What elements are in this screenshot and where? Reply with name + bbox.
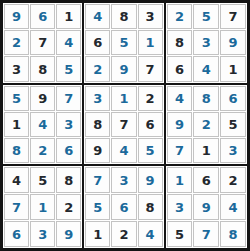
- sudoku-box-2-1: 597143826: [3, 85, 84, 167]
- sudoku-box-3-2: 739568124: [84, 166, 165, 248]
- sudoku-box-1-1: 961274385: [3, 3, 84, 85]
- sudoku-box-3-3: 162394578: [166, 166, 247, 248]
- cell-r8c5[interactable]: 6: [111, 194, 136, 220]
- cell-r2c7[interactable]: 8: [167, 30, 193, 55]
- sudoku-box-1-2: 483651297: [84, 3, 165, 85]
- cell-r3c5[interactable]: 9: [111, 56, 136, 81]
- cell-r8c9[interactable]: 4: [220, 194, 246, 220]
- cell-r8c1[interactable]: 7: [4, 194, 29, 220]
- cell-r4c5[interactable]: 1: [111, 86, 136, 111]
- cell-r4c7[interactable]: 4: [167, 86, 193, 111]
- cell-r6c8[interactable]: 1: [193, 138, 219, 163]
- cell-r9c1[interactable]: 6: [4, 221, 29, 247]
- cell-r3c2[interactable]: 8: [30, 56, 55, 81]
- cell-r9c7[interactable]: 5: [167, 221, 193, 247]
- cell-r4c1[interactable]: 5: [4, 86, 29, 111]
- cell-r8c8[interactable]: 9: [193, 194, 219, 220]
- cell-r1c7[interactable]: 2: [167, 4, 193, 29]
- sudoku-box-1-3: 257839641: [166, 3, 247, 85]
- cell-r9c3[interactable]: 9: [56, 221, 81, 247]
- cell-r8c3[interactable]: 2: [56, 194, 81, 220]
- cell-r1c9[interactable]: 7: [220, 4, 246, 29]
- cell-r4c4[interactable]: 3: [85, 86, 110, 111]
- cell-r5c8[interactable]: 2: [193, 112, 219, 137]
- cell-r3c9[interactable]: 1: [220, 56, 246, 81]
- cell-r2c9[interactable]: 9: [220, 30, 246, 55]
- cell-r7c7[interactable]: 1: [167, 167, 193, 193]
- cell-r9c6[interactable]: 4: [138, 221, 163, 247]
- cell-r7c9[interactable]: 2: [220, 167, 246, 193]
- cell-r6c2[interactable]: 2: [30, 138, 55, 163]
- cell-r2c2[interactable]: 7: [30, 30, 55, 55]
- cell-r9c2[interactable]: 3: [30, 221, 55, 247]
- cell-r6c5[interactable]: 4: [111, 138, 136, 163]
- cell-r4c8[interactable]: 8: [193, 86, 219, 111]
- cell-r5c6[interactable]: 6: [138, 112, 163, 137]
- cell-r5c7[interactable]: 9: [167, 112, 193, 137]
- cell-r5c9[interactable]: 5: [220, 112, 246, 137]
- cell-r2c3[interactable]: 4: [56, 30, 81, 55]
- cell-r3c4[interactable]: 2: [85, 56, 110, 81]
- cell-r1c8[interactable]: 5: [193, 4, 219, 29]
- cell-r1c5[interactable]: 8: [111, 4, 136, 29]
- sudoku-box-2-2: 312876945: [84, 85, 165, 167]
- cell-r5c5[interactable]: 7: [111, 112, 136, 137]
- cell-r1c3[interactable]: 1: [56, 4, 81, 29]
- cell-r6c1[interactable]: 8: [4, 138, 29, 163]
- cell-r7c4[interactable]: 7: [85, 167, 110, 193]
- cell-r3c7[interactable]: 6: [167, 56, 193, 81]
- cell-r6c7[interactable]: 7: [167, 138, 193, 163]
- sudoku-box-3-1: 458712639: [3, 166, 84, 248]
- cell-r7c2[interactable]: 5: [30, 167, 55, 193]
- cell-r5c2[interactable]: 4: [30, 112, 55, 137]
- cell-r3c1[interactable]: 3: [4, 56, 29, 81]
- cell-r2c4[interactable]: 6: [85, 30, 110, 55]
- cell-r7c6[interactable]: 9: [138, 167, 163, 193]
- cell-r4c3[interactable]: 7: [56, 86, 81, 111]
- cell-r1c6[interactable]: 3: [138, 4, 163, 29]
- cell-r6c9[interactable]: 3: [220, 138, 246, 163]
- cell-r5c4[interactable]: 8: [85, 112, 110, 137]
- cell-r8c2[interactable]: 1: [30, 194, 55, 220]
- cell-r3c8[interactable]: 4: [193, 56, 219, 81]
- cell-r7c5[interactable]: 3: [111, 167, 136, 193]
- sudoku-board: 9612743854836512972578396415971438263128…: [0, 0, 250, 251]
- cell-r9c4[interactable]: 1: [85, 221, 110, 247]
- cell-r4c6[interactable]: 2: [138, 86, 163, 111]
- cell-r6c6[interactable]: 5: [138, 138, 163, 163]
- cell-r9c8[interactable]: 7: [193, 221, 219, 247]
- cell-r8c4[interactable]: 5: [85, 194, 110, 220]
- cell-r7c8[interactable]: 6: [193, 167, 219, 193]
- cell-r2c1[interactable]: 2: [4, 30, 29, 55]
- cell-r9c5[interactable]: 2: [111, 221, 136, 247]
- cell-r2c6[interactable]: 1: [138, 30, 163, 55]
- cell-r2c8[interactable]: 3: [193, 30, 219, 55]
- sudoku-box-2-3: 486925713: [166, 85, 247, 167]
- cell-r2c5[interactable]: 5: [111, 30, 136, 55]
- cell-r3c3[interactable]: 5: [56, 56, 81, 81]
- cell-r4c2[interactable]: 9: [30, 86, 55, 111]
- cell-r1c2[interactable]: 6: [30, 4, 55, 29]
- cell-r8c7[interactable]: 3: [167, 194, 193, 220]
- cell-r5c1[interactable]: 1: [4, 112, 29, 137]
- cell-r6c4[interactable]: 9: [85, 138, 110, 163]
- cell-r7c1[interactable]: 4: [4, 167, 29, 193]
- cell-r9c9[interactable]: 8: [220, 221, 246, 247]
- cell-r1c4[interactable]: 4: [85, 4, 110, 29]
- cell-r1c1[interactable]: 9: [4, 4, 29, 29]
- cell-r6c3[interactable]: 6: [56, 138, 81, 163]
- cell-r4c9[interactable]: 6: [220, 86, 246, 111]
- cell-r3c6[interactable]: 7: [138, 56, 163, 81]
- cell-r7c3[interactable]: 8: [56, 167, 81, 193]
- cell-r8c6[interactable]: 8: [138, 194, 163, 220]
- cell-r5c3[interactable]: 3: [56, 112, 81, 137]
